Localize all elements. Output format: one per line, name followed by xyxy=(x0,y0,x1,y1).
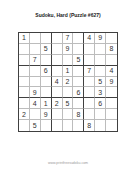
cell-r4c1 xyxy=(19,66,30,77)
cell-r4c9: 4 xyxy=(106,66,117,77)
cell-r7c8: 6 xyxy=(95,98,106,109)
cell-r6c8: 3 xyxy=(95,87,106,98)
cell-r5c4: 4 xyxy=(52,77,63,88)
cell-r5c6 xyxy=(73,77,84,88)
cell-r4c7: 7 xyxy=(84,66,95,77)
cell-r1c3 xyxy=(41,33,52,44)
cell-r2c2 xyxy=(30,44,41,55)
cell-r2c8 xyxy=(95,44,106,55)
cell-r5c1 xyxy=(19,77,30,88)
cell-r8c2 xyxy=(30,109,41,120)
cell-r1c2 xyxy=(30,33,41,44)
cell-r5c3 xyxy=(41,77,52,88)
cell-r8c1: 2 xyxy=(19,109,30,120)
cell-r9c2: 5 xyxy=(30,120,41,131)
cell-r7c7 xyxy=(84,98,95,109)
cell-r4c8 xyxy=(95,66,106,77)
puzzle-title: Sudoku, Hard (Puzzle #627) xyxy=(0,12,136,18)
cell-r6c5 xyxy=(63,87,74,98)
cell-r3c6: 5 xyxy=(73,55,84,66)
cell-r2c5: 9 xyxy=(63,44,74,55)
cell-r3c8 xyxy=(95,55,106,66)
cell-r8c5 xyxy=(63,109,74,120)
cell-r1c9 xyxy=(106,33,117,44)
cell-r7c1 xyxy=(19,98,30,109)
cell-r8c3: 9 xyxy=(41,109,52,120)
cell-r5c2 xyxy=(30,77,41,88)
footer-url: www.printfreesudoku.com xyxy=(0,161,136,165)
cell-r3c5 xyxy=(63,55,74,66)
cell-r4c6 xyxy=(73,66,84,77)
cell-r6c4 xyxy=(52,87,63,98)
cell-r6c6: 6 xyxy=(73,87,84,98)
printable-sudoku-page: Sudoku, Hard (Puzzle #627) 1749598756174… xyxy=(0,0,136,176)
sudoku-board: 174959875617442599634125629858 xyxy=(18,32,118,132)
cell-r9c7: 8 xyxy=(84,120,95,131)
cell-r7c9 xyxy=(106,98,117,109)
cell-r9c9 xyxy=(106,120,117,131)
cell-r5c7 xyxy=(84,77,95,88)
cell-r3c1 xyxy=(19,55,30,66)
cell-r4c3: 6 xyxy=(41,66,52,77)
cell-r7c5: 5 xyxy=(63,98,74,109)
cell-r2c1 xyxy=(19,44,30,55)
cell-r9c3 xyxy=(41,120,52,131)
cell-r4c2 xyxy=(30,66,41,77)
cell-r8c6: 8 xyxy=(73,109,84,120)
cell-r1c7: 4 xyxy=(84,33,95,44)
cell-r8c8 xyxy=(95,109,106,120)
cell-r2c4 xyxy=(52,44,63,55)
cell-r5c5: 2 xyxy=(63,77,74,88)
cell-r1c8: 9 xyxy=(95,33,106,44)
cell-r9c4 xyxy=(52,120,63,131)
cell-r7c2: 4 xyxy=(30,98,41,109)
cell-r8c7 xyxy=(84,109,95,120)
cell-r8c9 xyxy=(106,109,117,120)
cell-r5c9: 9 xyxy=(106,77,117,88)
cell-r6c7 xyxy=(84,87,95,98)
cell-r7c6 xyxy=(73,98,84,109)
cell-r1c5: 7 xyxy=(63,33,74,44)
cell-r3c7 xyxy=(84,55,95,66)
cell-r2c9: 8 xyxy=(106,44,117,55)
cell-r2c3: 5 xyxy=(41,44,52,55)
cell-r6c2: 9 xyxy=(30,87,41,98)
cell-r4c4 xyxy=(52,66,63,77)
cell-r2c6 xyxy=(73,44,84,55)
cell-r6c1 xyxy=(19,87,30,98)
cell-r6c9 xyxy=(106,87,117,98)
cell-r9c8 xyxy=(95,120,106,131)
cell-r3c3 xyxy=(41,55,52,66)
cell-r3c2: 7 xyxy=(30,55,41,66)
cell-r7c4: 2 xyxy=(52,98,63,109)
cell-r9c5 xyxy=(63,120,74,131)
cell-r3c9 xyxy=(106,55,117,66)
cell-r7c3: 1 xyxy=(41,98,52,109)
cell-r5c8: 5 xyxy=(95,77,106,88)
cell-r6c3 xyxy=(41,87,52,98)
cell-r4c5: 1 xyxy=(63,66,74,77)
cell-r8c4 xyxy=(52,109,63,120)
cell-r1c1: 1 xyxy=(19,33,30,44)
cell-r1c6 xyxy=(73,33,84,44)
cell-r2c7 xyxy=(84,44,95,55)
cell-r9c6 xyxy=(73,120,84,131)
cell-r1c4 xyxy=(52,33,63,44)
cell-r9c1 xyxy=(19,120,30,131)
cell-r3c4 xyxy=(52,55,63,66)
